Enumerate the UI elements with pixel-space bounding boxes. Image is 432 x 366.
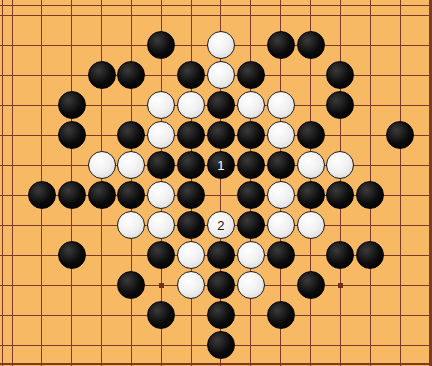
white-stone[interactable] — [207, 31, 235, 59]
black-stone[interactable] — [28, 181, 56, 209]
white-stone[interactable] — [147, 91, 175, 119]
black-stone[interactable] — [117, 181, 145, 209]
white-stone[interactable] — [237, 271, 265, 299]
black-stone[interactable] — [356, 241, 384, 269]
black-stone[interactable] — [207, 121, 235, 149]
white-stone[interactable] — [267, 121, 295, 149]
go-board[interactable]: 12 — [0, 0, 432, 366]
white-stone[interactable] — [237, 91, 265, 119]
black-stone[interactable] — [297, 271, 325, 299]
white-stone[interactable] — [88, 151, 116, 179]
grid-line-horizontal — [0, 15, 432, 16]
black-stone[interactable] — [58, 121, 86, 149]
board-frame-line — [2, 0, 4, 366]
black-stone[interactable] — [58, 181, 86, 209]
white-stone[interactable] — [147, 211, 175, 239]
black-stone[interactable] — [88, 61, 116, 89]
white-stone[interactable] — [237, 241, 265, 269]
black-stone[interactable] — [237, 61, 265, 89]
black-stone[interactable] — [207, 271, 235, 299]
black-stone[interactable] — [267, 31, 295, 59]
white-stone[interactable] — [267, 91, 295, 119]
move-number-label: 2 — [217, 219, 224, 232]
white-stone[interactable] — [117, 151, 145, 179]
black-stone[interactable] — [267, 241, 295, 269]
white-stone[interactable] — [177, 91, 205, 119]
black-stone[interactable] — [297, 121, 325, 149]
black-stone[interactable] — [147, 301, 175, 329]
black-stone[interactable] — [326, 91, 354, 119]
white-stone-move-2[interactable]: 2 — [207, 211, 235, 239]
black-stone[interactable] — [237, 181, 265, 209]
black-stone[interactable] — [237, 151, 265, 179]
white-stone[interactable] — [207, 61, 235, 89]
black-stone[interactable] — [207, 331, 235, 359]
black-stone[interactable] — [177, 151, 205, 179]
black-stone[interactable] — [88, 181, 116, 209]
white-stone[interactable] — [177, 241, 205, 269]
black-stone[interactable] — [267, 301, 295, 329]
black-stone[interactable] — [58, 241, 86, 269]
black-stone[interactable] — [267, 151, 295, 179]
black-stone[interactable] — [117, 61, 145, 89]
black-stone[interactable] — [147, 241, 175, 269]
black-stone-move-1[interactable]: 1 — [207, 151, 235, 179]
star-point — [338, 283, 343, 288]
white-stone[interactable] — [117, 211, 145, 239]
black-stone[interactable] — [207, 301, 235, 329]
board-frame-line — [430, 0, 432, 366]
black-stone[interactable] — [326, 61, 354, 89]
black-stone[interactable] — [117, 121, 145, 149]
star-point — [159, 283, 164, 288]
black-stone[interactable] — [326, 181, 354, 209]
black-stone[interactable] — [147, 31, 175, 59]
black-stone[interactable] — [177, 181, 205, 209]
grid-line-vertical — [12, 0, 13, 366]
black-stone[interactable] — [58, 91, 86, 119]
white-stone[interactable] — [267, 181, 295, 209]
grid-line-vertical — [400, 0, 401, 366]
black-stone[interactable] — [386, 121, 414, 149]
black-stone[interactable] — [297, 181, 325, 209]
white-stone[interactable] — [147, 121, 175, 149]
black-stone[interactable] — [207, 91, 235, 119]
black-stone[interactable] — [356, 181, 384, 209]
white-stone[interactable] — [297, 211, 325, 239]
board-frame-line — [0, 363, 432, 365]
white-stone[interactable] — [177, 271, 205, 299]
black-stone[interactable] — [177, 121, 205, 149]
white-stone[interactable] — [267, 211, 295, 239]
black-stone[interactable] — [117, 271, 145, 299]
white-stone[interactable] — [147, 181, 175, 209]
black-stone[interactable] — [207, 241, 235, 269]
black-stone[interactable] — [326, 241, 354, 269]
black-stone[interactable] — [237, 121, 265, 149]
board-frame-line — [0, 5, 432, 7]
black-stone[interactable] — [177, 211, 205, 239]
black-stone[interactable] — [177, 61, 205, 89]
black-stone[interactable] — [297, 31, 325, 59]
white-stone[interactable] — [326, 151, 354, 179]
move-number-label: 1 — [217, 159, 224, 172]
black-stone[interactable] — [237, 211, 265, 239]
white-stone[interactable] — [297, 151, 325, 179]
black-stone[interactable] — [147, 151, 175, 179]
